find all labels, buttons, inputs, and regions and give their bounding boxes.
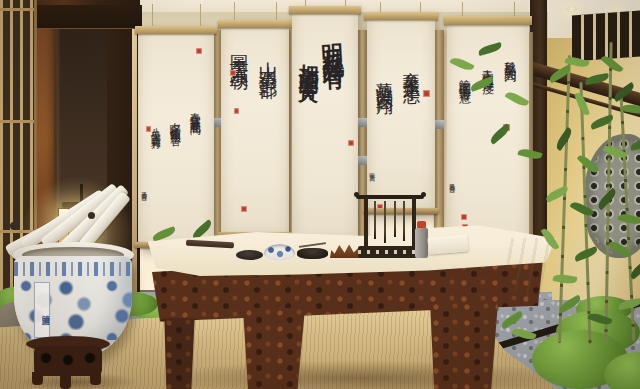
stand-foot <box>90 372 101 385</box>
calligraphy-scroll-2: 山水還彰郡 圖書入漢朝 <box>221 20 289 238</box>
calligraphy-scroll-3: 明月幾時有 把酒問青天 <box>292 6 358 242</box>
seal-stamp <box>234 108 239 114</box>
seal-stone <box>415 228 428 258</box>
scroll-top-roller <box>364 12 438 20</box>
scroll-top-roller <box>444 16 532 25</box>
lattice-rail <box>0 120 34 123</box>
table-leg-front-right <box>430 302 498 389</box>
stand-foot <box>60 376 71 389</box>
scroll5-column-2: 青山依舊在幾度 <box>481 60 498 232</box>
stand-foot <box>32 372 43 385</box>
batten-bracket <box>358 156 367 165</box>
round-inkstone <box>236 250 263 260</box>
seal-stamp <box>461 214 467 220</box>
seal-stamp <box>230 70 236 76</box>
brush-stand-finial <box>354 192 359 197</box>
recessed-light <box>566 6 577 12</box>
scroll-top-roller <box>218 20 292 28</box>
table-shadow <box>150 360 570 389</box>
scroll-string <box>276 2 277 20</box>
folded-paper <box>427 234 468 254</box>
jar-inscription: 清明上河圖 <box>34 282 50 338</box>
brush-stand <box>356 192 424 260</box>
jar-upper-band <box>14 262 132 276</box>
scroll-top-roller <box>135 26 217 34</box>
porcelain-brush-washer <box>264 244 295 260</box>
calligraphy-scroll-4: 棄燕雀之小志 慕鴻鵠以高翔 甲午夏日 <box>367 12 435 214</box>
brush-stand-finial <box>421 192 426 197</box>
seal-stamp <box>196 48 202 54</box>
scroll-roll-end <box>88 212 95 219</box>
batten-bracket <box>434 120 444 129</box>
seal-stamp <box>348 140 354 146</box>
scroll-string <box>152 4 153 28</box>
inkstone <box>297 248 328 259</box>
jar-blue-landscape <box>14 278 132 340</box>
table-leg-front-left <box>243 308 305 389</box>
scroll3-column-1: 明月幾時有 <box>320 26 354 227</box>
seal-stamp <box>241 206 247 212</box>
scroll-roll-end <box>10 222 18 230</box>
hanging-brush <box>403 201 405 241</box>
dark-lattice-vent <box>572 11 640 62</box>
hanging-brush <box>384 201 386 243</box>
hanging-brush <box>374 201 376 239</box>
scroll-top-roller <box>289 6 361 14</box>
calligraphy-studio-photo: 春雲揮筆花鳥間 夕陽舊館翰墨香 八千里路雲和月 乙亥春月書 山水還彰郡 圖書入漢… <box>0 0 640 389</box>
scroll-string <box>234 2 235 20</box>
batten-bracket <box>358 118 367 127</box>
lattice-rail <box>0 8 34 11</box>
scroll2-column-2: 圖書入漢朝 <box>229 40 249 200</box>
seal-stamp <box>146 126 151 132</box>
seal-stamp <box>423 90 430 97</box>
scroll2-column-1: 山水還彰郡 <box>258 46 278 206</box>
hanging-brush <box>394 201 396 237</box>
scroll-string <box>200 4 201 28</box>
hanging-batten <box>434 30 444 262</box>
brush-stand-base <box>358 246 422 258</box>
scroll3-column-2: 把酒問青天 <box>293 48 321 243</box>
calligraphy-scroll-5: 秋風又到人間 青山依舊在幾度 筆底閒情追古意 乙未秋月書 <box>447 16 529 252</box>
seal-stamp <box>503 124 510 131</box>
table-leg-back-left <box>163 318 196 389</box>
scroll4-column-1: 棄燕雀之小志 <box>401 58 423 204</box>
